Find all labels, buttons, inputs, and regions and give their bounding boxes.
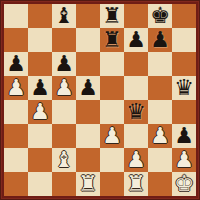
square-g4[interactable] bbox=[148, 100, 172, 124]
piece-black-rook: ♜ bbox=[100, 28, 124, 52]
square-f6[interactable] bbox=[124, 52, 148, 76]
square-c4[interactable] bbox=[52, 100, 76, 124]
square-g1[interactable] bbox=[148, 172, 172, 196]
square-c1[interactable] bbox=[52, 172, 76, 196]
square-b5[interactable]: ♟ bbox=[28, 76, 52, 100]
square-c7[interactable] bbox=[52, 28, 76, 52]
square-e5[interactable] bbox=[100, 76, 124, 100]
chess-board-frame: ♝♜♚♜♟♟♟♟♟♟♟♟♛♟♛♟♟♟♝♟♟♜♜♚ bbox=[0, 0, 200, 200]
square-a1[interactable] bbox=[4, 172, 28, 196]
square-f8[interactable] bbox=[124, 4, 148, 28]
square-h7[interactable] bbox=[172, 28, 196, 52]
square-h1[interactable]: ♚ bbox=[172, 172, 196, 196]
square-f5[interactable] bbox=[124, 76, 148, 100]
square-h8[interactable] bbox=[172, 4, 196, 28]
square-e8[interactable]: ♜ bbox=[100, 4, 124, 28]
piece-white-pawn: ♟ bbox=[148, 124, 172, 148]
piece-white-pawn: ♟ bbox=[124, 148, 148, 172]
square-b7[interactable] bbox=[28, 28, 52, 52]
piece-black-rook: ♜ bbox=[100, 4, 124, 28]
piece-black-pawn: ♟ bbox=[28, 76, 52, 100]
square-d2[interactable] bbox=[76, 148, 100, 172]
square-h2[interactable]: ♟ bbox=[172, 148, 196, 172]
square-f7[interactable]: ♟ bbox=[124, 28, 148, 52]
square-g6[interactable] bbox=[148, 52, 172, 76]
square-d1[interactable]: ♜ bbox=[76, 172, 100, 196]
chess-board: ♝♜♚♜♟♟♟♟♟♟♟♟♛♟♛♟♟♟♝♟♟♜♜♚ bbox=[4, 4, 196, 196]
square-f2[interactable]: ♟ bbox=[124, 148, 148, 172]
piece-white-king: ♚ bbox=[172, 172, 196, 196]
piece-black-bishop: ♝ bbox=[52, 4, 76, 28]
piece-black-pawn: ♟ bbox=[124, 28, 148, 52]
piece-black-pawn: ♟ bbox=[148, 28, 172, 52]
square-e7[interactable]: ♜ bbox=[100, 28, 124, 52]
piece-black-pawn: ♟ bbox=[4, 52, 28, 76]
piece-white-bishop: ♝ bbox=[52, 148, 76, 172]
square-d8[interactable] bbox=[76, 4, 100, 28]
square-f4[interactable]: ♛ bbox=[124, 100, 148, 124]
piece-white-rook: ♜ bbox=[124, 172, 148, 196]
square-g3[interactable]: ♟ bbox=[148, 124, 172, 148]
square-d5[interactable]: ♟ bbox=[76, 76, 100, 100]
square-c3[interactable] bbox=[52, 124, 76, 148]
square-d6[interactable] bbox=[76, 52, 100, 76]
square-e1[interactable] bbox=[100, 172, 124, 196]
square-a3[interactable] bbox=[4, 124, 28, 148]
piece-white-pawn: ♟ bbox=[100, 124, 124, 148]
square-b3[interactable] bbox=[28, 124, 52, 148]
square-c2[interactable]: ♝ bbox=[52, 148, 76, 172]
piece-black-pawn: ♟ bbox=[76, 76, 100, 100]
square-b6[interactable] bbox=[28, 52, 52, 76]
square-b1[interactable] bbox=[28, 172, 52, 196]
square-e2[interactable] bbox=[100, 148, 124, 172]
piece-black-pawn: ♟ bbox=[172, 124, 196, 148]
piece-black-queen: ♛ bbox=[172, 76, 196, 100]
square-b2[interactable] bbox=[28, 148, 52, 172]
square-f1[interactable]: ♜ bbox=[124, 172, 148, 196]
square-c8[interactable]: ♝ bbox=[52, 4, 76, 28]
square-a5[interactable]: ♟ bbox=[4, 76, 28, 100]
square-h3[interactable]: ♟ bbox=[172, 124, 196, 148]
piece-white-pawn: ♟ bbox=[172, 148, 196, 172]
piece-black-king: ♚ bbox=[148, 4, 172, 28]
piece-black-queen: ♛ bbox=[124, 100, 148, 124]
square-e3[interactable]: ♟ bbox=[100, 124, 124, 148]
piece-white-pawn: ♟ bbox=[28, 100, 52, 124]
square-f3[interactable] bbox=[124, 124, 148, 148]
square-a2[interactable] bbox=[4, 148, 28, 172]
square-a6[interactable]: ♟ bbox=[4, 52, 28, 76]
square-d3[interactable] bbox=[76, 124, 100, 148]
square-h6[interactable] bbox=[172, 52, 196, 76]
square-d7[interactable] bbox=[76, 28, 100, 52]
square-a7[interactable] bbox=[4, 28, 28, 52]
square-a8[interactable] bbox=[4, 4, 28, 28]
square-g8[interactable]: ♚ bbox=[148, 4, 172, 28]
square-e4[interactable] bbox=[100, 100, 124, 124]
piece-white-rook: ♜ bbox=[76, 172, 100, 196]
square-b8[interactable] bbox=[28, 4, 52, 28]
square-g2[interactable] bbox=[148, 148, 172, 172]
piece-black-pawn: ♟ bbox=[52, 52, 76, 76]
square-h4[interactable] bbox=[172, 100, 196, 124]
square-c5[interactable]: ♟ bbox=[52, 76, 76, 100]
square-a4[interactable] bbox=[4, 100, 28, 124]
square-h5[interactable]: ♛ bbox=[172, 76, 196, 100]
square-g7[interactable]: ♟ bbox=[148, 28, 172, 52]
piece-white-pawn: ♟ bbox=[52, 76, 76, 100]
square-b4[interactable]: ♟ bbox=[28, 100, 52, 124]
square-g5[interactable] bbox=[148, 76, 172, 100]
square-c6[interactable]: ♟ bbox=[52, 52, 76, 76]
square-d4[interactable] bbox=[76, 100, 100, 124]
piece-white-pawn: ♟ bbox=[4, 76, 28, 100]
square-e6[interactable] bbox=[100, 52, 124, 76]
